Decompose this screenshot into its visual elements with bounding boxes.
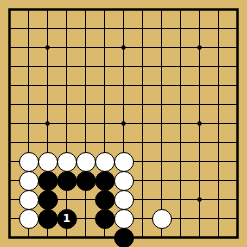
board-point[interactable]	[228, 171, 247, 190]
board-point[interactable]	[0, 57, 19, 76]
board-point[interactable]	[171, 57, 190, 76]
board-point[interactable]	[0, 95, 19, 114]
board-point[interactable]	[38, 190, 57, 209]
board-point[interactable]	[171, 95, 190, 114]
white-stone	[19, 171, 39, 191]
board-point[interactable]	[190, 190, 209, 209]
board-point[interactable]	[228, 209, 247, 228]
board-point[interactable]	[114, 114, 133, 133]
board-point[interactable]	[114, 152, 133, 171]
board-point[interactable]	[57, 38, 76, 57]
board-point[interactable]	[133, 57, 152, 76]
board-point[interactable]	[190, 57, 209, 76]
board-point[interactable]	[171, 0, 190, 19]
board-point[interactable]	[19, 38, 38, 57]
board-point[interactable]	[171, 152, 190, 171]
board-point[interactable]	[38, 76, 57, 95]
board-point[interactable]	[19, 190, 38, 209]
board-point[interactable]	[228, 228, 247, 247]
board-point[interactable]	[38, 38, 57, 57]
board-point[interactable]	[228, 133, 247, 152]
board-point[interactable]	[114, 209, 133, 228]
black-stone	[114, 228, 134, 247]
board-point[interactable]	[209, 133, 228, 152]
board-point[interactable]	[171, 190, 190, 209]
board-point[interactable]	[95, 114, 114, 133]
white-stone	[38, 152, 58, 172]
board-point[interactable]	[0, 209, 19, 228]
board-point[interactable]	[76, 228, 95, 247]
board-point[interactable]	[19, 152, 38, 171]
board-point[interactable]	[190, 228, 209, 247]
board-point[interactable]	[57, 114, 76, 133]
board-point[interactable]	[133, 0, 152, 19]
board-point[interactable]	[209, 76, 228, 95]
board-point[interactable]	[228, 76, 247, 95]
board-point[interactable]	[152, 95, 171, 114]
board-point[interactable]	[19, 57, 38, 76]
board-point[interactable]	[133, 19, 152, 38]
board-point[interactable]	[57, 228, 76, 247]
board-point[interactable]	[171, 38, 190, 57]
board-point[interactable]	[152, 19, 171, 38]
board-point[interactable]	[209, 0, 228, 19]
board-point[interactable]	[171, 19, 190, 38]
board-point[interactable]	[152, 133, 171, 152]
board-point[interactable]	[95, 19, 114, 38]
board-point[interactable]	[171, 228, 190, 247]
board-point[interactable]	[171, 133, 190, 152]
board-point[interactable]	[19, 209, 38, 228]
board-point[interactable]	[76, 209, 95, 228]
board-point[interactable]: 1	[57, 209, 76, 228]
black-stone	[95, 209, 115, 229]
board-point[interactable]	[228, 95, 247, 114]
board-point[interactable]	[95, 228, 114, 247]
board-point[interactable]	[133, 38, 152, 57]
board-point[interactable]	[95, 152, 114, 171]
black-stone: 1	[57, 209, 77, 229]
board-point[interactable]	[228, 114, 247, 133]
board-point[interactable]	[114, 57, 133, 76]
board-point[interactable]	[38, 19, 57, 38]
board-point[interactable]	[38, 95, 57, 114]
black-stone	[76, 171, 96, 191]
board-point[interactable]	[133, 76, 152, 95]
board-point[interactable]	[114, 171, 133, 190]
board-point[interactable]	[57, 133, 76, 152]
white-stone	[19, 152, 39, 172]
board-point[interactable]	[95, 190, 114, 209]
black-stone	[95, 190, 115, 210]
board-point[interactable]	[0, 19, 19, 38]
board-point[interactable]	[76, 133, 95, 152]
white-stone	[114, 209, 134, 229]
board-point[interactable]	[190, 114, 209, 133]
board-point[interactable]	[95, 171, 114, 190]
board-point[interactable]	[57, 95, 76, 114]
board-point[interactable]	[0, 171, 19, 190]
board-point[interactable]	[76, 57, 95, 76]
board-point[interactable]	[19, 95, 38, 114]
board-point[interactable]	[133, 95, 152, 114]
board-point[interactable]	[209, 114, 228, 133]
board-point[interactable]	[209, 19, 228, 38]
board-point[interactable]	[228, 19, 247, 38]
board-point[interactable]	[190, 95, 209, 114]
board-point[interactable]	[19, 171, 38, 190]
board-point[interactable]	[152, 57, 171, 76]
white-stone	[114, 152, 134, 172]
board-point[interactable]	[152, 171, 171, 190]
board-point[interactable]	[209, 228, 228, 247]
black-stone	[57, 171, 77, 191]
board-point[interactable]	[171, 209, 190, 228]
board-point[interactable]	[133, 133, 152, 152]
board-point[interactable]	[57, 190, 76, 209]
board-point[interactable]	[209, 38, 228, 57]
board-point[interactable]	[209, 95, 228, 114]
board-point[interactable]	[133, 190, 152, 209]
board-point[interactable]	[133, 209, 152, 228]
board-point[interactable]	[0, 152, 19, 171]
board-point[interactable]	[95, 95, 114, 114]
board-point[interactable]	[152, 114, 171, 133]
board-point[interactable]	[95, 209, 114, 228]
board-point[interactable]	[0, 190, 19, 209]
board-point[interactable]	[0, 38, 19, 57]
board-point[interactable]	[76, 76, 95, 95]
board-point[interactable]	[76, 0, 95, 19]
black-stone	[38, 209, 58, 229]
board-point[interactable]	[190, 171, 209, 190]
board-point[interactable]	[19, 0, 38, 19]
board-point[interactable]	[38, 0, 57, 19]
board-point[interactable]	[38, 114, 57, 133]
board-point[interactable]	[95, 38, 114, 57]
board-point[interactable]	[95, 0, 114, 19]
board-point[interactable]	[19, 114, 38, 133]
board-point[interactable]	[38, 228, 57, 247]
board-point[interactable]	[95, 57, 114, 76]
black-stone	[38, 171, 58, 191]
white-stone	[19, 209, 39, 229]
board-point[interactable]	[190, 76, 209, 95]
board-point[interactable]	[114, 0, 133, 19]
board-point[interactable]	[38, 209, 57, 228]
board-point[interactable]	[152, 38, 171, 57]
board-point[interactable]	[209, 171, 228, 190]
board-point[interactable]	[133, 152, 152, 171]
board-point[interactable]	[95, 133, 114, 152]
board-point[interactable]	[209, 209, 228, 228]
board-point[interactable]	[209, 190, 228, 209]
board-point[interactable]	[76, 171, 95, 190]
board-point[interactable]	[76, 95, 95, 114]
board-point[interactable]	[190, 19, 209, 38]
board-point[interactable]	[171, 76, 190, 95]
board-point[interactable]	[228, 190, 247, 209]
white-stone	[95, 152, 115, 172]
board-point[interactable]	[57, 171, 76, 190]
board-point[interactable]	[19, 19, 38, 38]
board-point[interactable]	[133, 228, 152, 247]
white-stone	[57, 152, 77, 172]
board-point[interactable]	[76, 114, 95, 133]
move-number-label: 1	[63, 213, 71, 224]
board-point[interactable]	[228, 57, 247, 76]
white-stone	[114, 171, 134, 191]
board-point[interactable]	[19, 133, 38, 152]
black-stone	[38, 190, 58, 210]
white-stone	[114, 190, 134, 210]
white-stone	[76, 152, 96, 172]
board-point[interactable]	[152, 76, 171, 95]
board-point[interactable]	[190, 209, 209, 228]
board-point[interactable]	[0, 76, 19, 95]
board-point[interactable]	[190, 133, 209, 152]
board-point[interactable]	[57, 0, 76, 19]
white-stone	[152, 209, 172, 229]
board-point[interactable]	[228, 0, 247, 19]
board-point[interactable]	[76, 38, 95, 57]
board-point[interactable]	[152, 0, 171, 19]
go-board-diagram: 1	[0, 0, 247, 247]
board-point[interactable]	[228, 38, 247, 57]
board-point[interactable]	[0, 133, 19, 152]
board-point[interactable]	[209, 152, 228, 171]
white-stone	[19, 190, 39, 210]
board-point[interactable]	[114, 228, 133, 247]
board-point[interactable]	[76, 19, 95, 38]
board-point[interactable]	[19, 228, 38, 247]
board-point[interactable]	[19, 76, 38, 95]
board-point[interactable]	[57, 152, 76, 171]
board-point[interactable]	[190, 0, 209, 19]
board-point[interactable]	[38, 171, 57, 190]
board-point[interactable]	[114, 19, 133, 38]
board-point[interactable]	[0, 0, 19, 19]
board-point[interactable]	[57, 76, 76, 95]
board-point[interactable]	[133, 114, 152, 133]
board-point[interactable]	[95, 76, 114, 95]
board-point[interactable]	[171, 171, 190, 190]
board-point[interactable]	[171, 114, 190, 133]
black-stone	[95, 171, 115, 191]
board-point[interactable]	[0, 228, 19, 247]
board-point[interactable]	[152, 228, 171, 247]
board-point[interactable]	[57, 19, 76, 38]
board-point[interactable]	[152, 152, 171, 171]
board-point[interactable]	[209, 57, 228, 76]
board-point[interactable]	[38, 133, 57, 152]
board-point[interactable]	[76, 152, 95, 171]
board-point[interactable]	[38, 152, 57, 171]
board-point[interactable]	[57, 57, 76, 76]
board-point[interactable]	[114, 95, 133, 114]
board-point[interactable]	[114, 76, 133, 95]
board-point[interactable]	[190, 152, 209, 171]
board-point[interactable]	[114, 190, 133, 209]
board-point[interactable]	[38, 57, 57, 76]
board-point[interactable]	[228, 152, 247, 171]
board-point[interactable]	[152, 209, 171, 228]
board-point[interactable]	[114, 38, 133, 57]
board-point[interactable]	[152, 190, 171, 209]
board-point[interactable]	[190, 38, 209, 57]
board-point[interactable]	[0, 114, 19, 133]
board-point[interactable]	[76, 190, 95, 209]
go-board: 1	[0, 0, 247, 247]
board-point[interactable]	[133, 171, 152, 190]
board-point[interactable]	[114, 133, 133, 152]
